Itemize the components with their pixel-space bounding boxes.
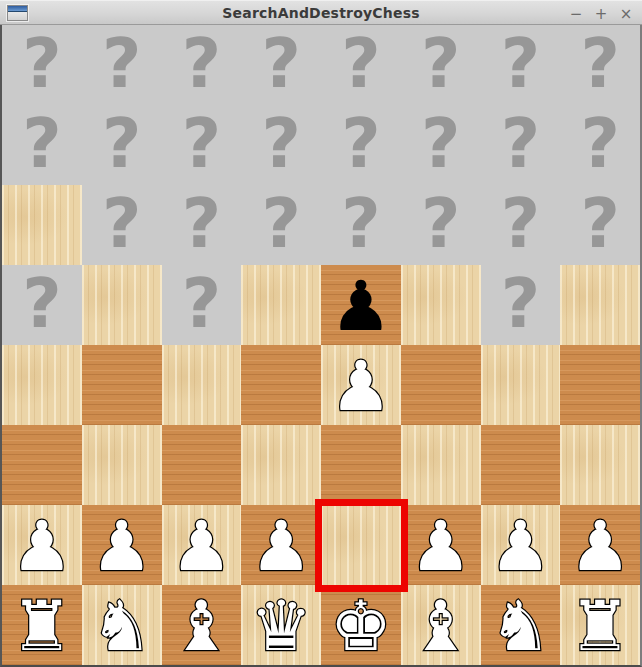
fog-question-icon: ? — [182, 110, 221, 178]
square-c8[interactable]: ? — [162, 25, 242, 105]
fog-question-icon: ? — [261, 190, 300, 258]
fog-question-icon: ? — [102, 30, 141, 98]
fog-question-icon: ? — [421, 110, 460, 178]
square-h1[interactable]: ♜ — [560, 585, 640, 665]
fog-question-icon: ? — [580, 30, 619, 98]
white-pawn[interactable]: ♟ — [410, 512, 472, 581]
square-h7[interactable]: ? — [560, 105, 640, 185]
minimize-button[interactable]: − — [568, 4, 584, 24]
square-f6[interactable]: ? — [401, 185, 481, 265]
square-d3[interactable] — [241, 425, 321, 505]
square-b5[interactable] — [82, 265, 162, 345]
square-a7[interactable]: ? — [2, 105, 82, 185]
white-queen[interactable]: ♛ — [250, 592, 312, 661]
last-move-highlight — [315, 499, 408, 592]
square-g1[interactable]: ♞ — [481, 585, 561, 665]
maximize-button[interactable]: + — [593, 4, 609, 24]
fog-question-icon: ? — [501, 190, 540, 258]
fog-question-icon: ? — [580, 110, 619, 178]
fog-question-icon: ? — [182, 30, 221, 98]
square-f4[interactable] — [401, 345, 481, 425]
square-e1[interactable]: ♚ — [321, 585, 401, 665]
square-h2[interactable]: ♟ — [560, 505, 640, 585]
fog-question-icon: ? — [421, 30, 460, 98]
square-h3[interactable] — [560, 425, 640, 505]
white-pawn[interactable]: ♟ — [170, 512, 232, 581]
window-title: SearchAndDestroyChess — [0, 5, 642, 21]
square-a3[interactable] — [2, 425, 82, 505]
square-h5[interactable] — [560, 265, 640, 345]
white-rook[interactable]: ♜ — [569, 592, 631, 661]
square-d7[interactable]: ? — [241, 105, 321, 185]
square-f2[interactable]: ♟ — [401, 505, 481, 585]
white-bishop[interactable]: ♝ — [170, 592, 232, 661]
square-c7[interactable]: ? — [162, 105, 242, 185]
square-f7[interactable]: ? — [401, 105, 481, 185]
white-knight[interactable]: ♞ — [489, 592, 551, 661]
square-b3[interactable] — [82, 425, 162, 505]
white-rook[interactable]: ♜ — [11, 592, 73, 661]
fog-question-icon: ? — [261, 110, 300, 178]
square-g4[interactable] — [481, 345, 561, 425]
square-g8[interactable]: ? — [481, 25, 561, 105]
square-d8[interactable]: ? — [241, 25, 321, 105]
square-h6[interactable]: ? — [560, 185, 640, 265]
white-pawn[interactable]: ♟ — [91, 512, 153, 581]
square-e3[interactable] — [321, 425, 401, 505]
square-b1[interactable]: ♞ — [82, 585, 162, 665]
square-g3[interactable] — [481, 425, 561, 505]
white-pawn[interactable]: ♟ — [489, 512, 551, 581]
fog-question-icon: ? — [22, 30, 61, 98]
square-c2[interactable]: ♟ — [162, 505, 242, 585]
fog-question-icon: ? — [261, 30, 300, 98]
square-f3[interactable] — [401, 425, 481, 505]
square-g7[interactable]: ? — [481, 105, 561, 185]
fog-question-icon: ? — [341, 190, 380, 258]
white-pawn[interactable]: ♟ — [569, 512, 631, 581]
chess-board: ?????????????????????????♟?♟♟♟♟♟♟♟♟♜♞♝♛♚… — [0, 25, 642, 667]
square-d6[interactable]: ? — [241, 185, 321, 265]
fog-question-icon: ? — [341, 30, 380, 98]
square-e5[interactable]: ♟ — [321, 265, 401, 345]
fog-question-icon: ? — [182, 270, 221, 338]
white-pawn[interactable]: ♟ — [330, 352, 392, 421]
square-a2[interactable]: ♟ — [2, 505, 82, 585]
square-h4[interactable] — [560, 345, 640, 425]
fog-question-icon: ? — [501, 30, 540, 98]
white-knight[interactable]: ♞ — [91, 592, 153, 661]
square-f8[interactable]: ? — [401, 25, 481, 105]
app-window: SearchAndDestroyChess − + × ????????????… — [0, 0, 642, 667]
square-g6[interactable]: ? — [481, 185, 561, 265]
square-a1[interactable]: ♜ — [2, 585, 82, 665]
white-bishop[interactable]: ♝ — [410, 592, 472, 661]
square-b4[interactable] — [82, 345, 162, 425]
square-c5[interactable]: ? — [162, 265, 242, 345]
square-e7[interactable]: ? — [321, 105, 401, 185]
square-a6[interactable] — [2, 185, 82, 265]
fog-question-icon: ? — [341, 110, 380, 178]
fog-question-icon: ? — [182, 190, 221, 258]
square-c4[interactable] — [162, 345, 242, 425]
fog-question-icon: ? — [501, 270, 540, 338]
titlebar: SearchAndDestroyChess − + × — [0, 0, 642, 25]
square-g5[interactable]: ? — [481, 265, 561, 345]
square-a8[interactable]: ? — [2, 25, 82, 105]
square-h8[interactable]: ? — [560, 25, 640, 105]
fog-question-icon: ? — [22, 270, 61, 338]
square-b7[interactable]: ? — [82, 105, 162, 185]
square-f1[interactable]: ♝ — [401, 585, 481, 665]
square-d4[interactable] — [241, 345, 321, 425]
close-button[interactable]: × — [618, 4, 634, 24]
square-e2[interactable] — [321, 505, 401, 585]
square-d2[interactable]: ♟ — [241, 505, 321, 585]
square-b2[interactable]: ♟ — [82, 505, 162, 585]
square-b6[interactable]: ? — [82, 185, 162, 265]
white-king[interactable]: ♚ — [330, 592, 392, 661]
square-c1[interactable]: ♝ — [162, 585, 242, 665]
square-c3[interactable] — [162, 425, 242, 505]
white-pawn[interactable]: ♟ — [250, 512, 312, 581]
white-pawn[interactable]: ♟ — [11, 512, 73, 581]
fog-question-icon: ? — [421, 190, 460, 258]
square-a5[interactable]: ? — [2, 265, 82, 345]
square-e4[interactable]: ♟ — [321, 345, 401, 425]
square-d5[interactable] — [241, 265, 321, 345]
square-f5[interactable] — [401, 265, 481, 345]
square-g2[interactable]: ♟ — [481, 505, 561, 585]
square-c6[interactable]: ? — [162, 185, 242, 265]
window-buttons: − + × — [568, 1, 634, 26]
fog-question-icon: ? — [501, 110, 540, 178]
fog-question-icon: ? — [102, 110, 141, 178]
fog-question-icon: ? — [22, 110, 61, 178]
black-pawn[interactable]: ♟ — [330, 272, 392, 341]
square-b8[interactable]: ? — [82, 25, 162, 105]
square-d1[interactable]: ♛ — [241, 585, 321, 665]
fog-question-icon: ? — [580, 190, 619, 258]
square-e8[interactable]: ? — [321, 25, 401, 105]
square-e6[interactable]: ? — [321, 185, 401, 265]
fog-question-icon: ? — [102, 190, 141, 258]
square-a4[interactable] — [2, 345, 82, 425]
